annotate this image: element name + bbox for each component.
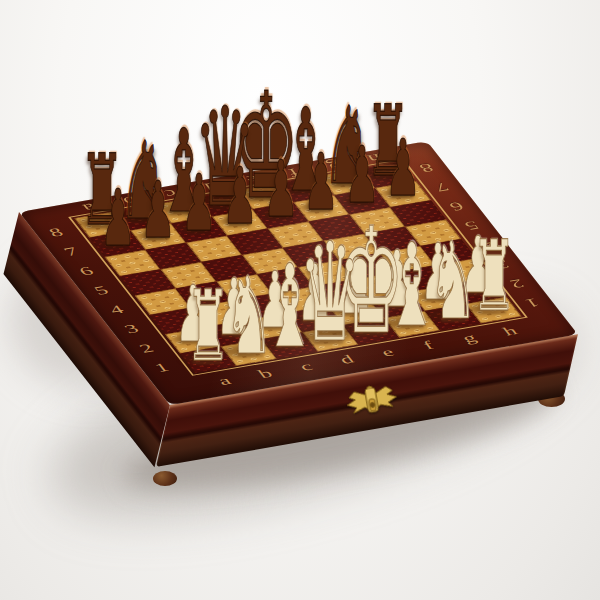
black-pawn-glyph: ♟ (263, 150, 299, 228)
rank-label-left-8: 8 (39, 225, 74, 240)
rank-label-left-4: 4 (99, 302, 134, 317)
black-pawn-glyph: ♟ (222, 157, 258, 235)
black-pawn-glyph: ♟ (100, 178, 136, 256)
box-foot-left (153, 471, 177, 486)
rank-label-left-1: 1 (144, 360, 179, 375)
rank-label-left-2: 2 (129, 340, 164, 355)
rank-label-left-6: 6 (69, 263, 104, 278)
black-pawn-glyph: ♟ (181, 164, 217, 242)
rank-label-left-3: 3 (114, 321, 149, 336)
white-knight-glyph: ♞ (224, 263, 273, 370)
white-rook-glyph: ♜ (186, 278, 230, 376)
chess-set-product-photo: 1122334455667788aabbccddeeffgghh ♜♞♝♛♚♝♞… (0, 0, 600, 600)
white-rook-glyph: ♜ (471, 228, 515, 326)
black-pawn-glyph: ♟ (140, 171, 176, 249)
rank-label-left-5: 5 (84, 282, 119, 297)
black-pawn-glyph: ♟ (385, 129, 421, 207)
black-pawn-glyph: ♟ (304, 143, 340, 221)
